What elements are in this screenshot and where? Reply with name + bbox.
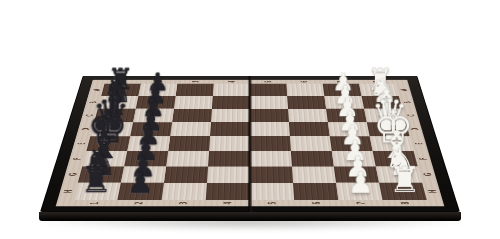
square-e5[interactable] [250,136,291,151]
square-g5[interactable] [250,167,293,183]
black-rook[interactable]: ♜ [80,163,112,198]
square-b6[interactable] [287,96,326,109]
square-e6[interactable] [290,136,332,151]
square-d5[interactable] [250,122,290,136]
board-front-edge [39,212,461,221]
square-h2[interactable]: ♟ [117,183,164,200]
square-d4[interactable] [210,122,250,136]
square-e3[interactable] [168,136,210,151]
white-pawn[interactable]: ♟ [347,169,373,198]
square-h1[interactable]: ♜ [73,183,121,200]
square-f3[interactable] [166,151,209,166]
square-f6[interactable] [291,151,334,166]
square-g6[interactable] [292,167,336,183]
rank-labels-front: 12345678 [72,200,429,206]
square-a5[interactable] [250,84,287,96]
square-c4[interactable] [211,109,250,122]
square-b4[interactable] [212,96,250,109]
square-a3[interactable] [176,84,214,96]
board-corner [427,200,445,206]
square-a4[interactable] [213,84,250,96]
fold-seam [248,76,252,212]
square-f4[interactable] [208,151,250,166]
square-g3[interactable] [164,167,208,183]
photo-scene: 12345678 ABCDEFGH ♜♟♟♜♞♟♟♞♝♟♟♝♛♟♟♛♚♟♟♚♝♟… [0,0,500,239]
square-d3[interactable] [170,122,211,136]
square-f5[interactable] [250,151,292,166]
square-d6[interactable] [289,122,330,136]
square-e4[interactable] [209,136,250,151]
square-h8[interactable]: ♜ [379,183,427,200]
square-c5[interactable] [250,109,289,122]
square-b3[interactable] [174,96,213,109]
square-c3[interactable] [172,109,212,122]
square-c6[interactable] [288,109,328,122]
square-h7[interactable]: ♟ [336,183,383,200]
square-b5[interactable] [250,96,288,109]
black-pawn[interactable]: ♟ [127,169,153,198]
white-rook[interactable]: ♜ [388,163,420,198]
square-a6[interactable] [286,84,324,96]
square-g4[interactable] [207,167,250,183]
chess-board: 12345678 ABCDEFGH ♜♟♟♜♞♟♟♞♝♟♟♝♛♟♟♛♚♟♟♚♝♟… [40,76,460,212]
